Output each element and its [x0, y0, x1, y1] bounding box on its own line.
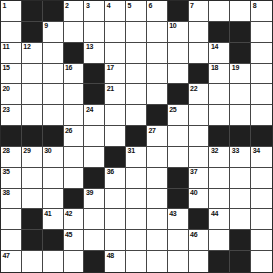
white-cell-r2c7[interactable]	[126, 22, 147, 43]
white-cell-r6c2[interactable]	[22, 105, 43, 126]
clue-number-2: 2	[65, 2, 69, 10]
white-cell-r13c4[interactable]	[64, 251, 85, 272]
clue-number-15: 15	[3, 64, 10, 72]
white-cell-r3c6[interactable]	[105, 43, 126, 64]
black-cell-r12c12	[230, 230, 251, 251]
white-cell-r1c7[interactable]: 5	[126, 1, 147, 22]
white-cell-r10c3[interactable]	[43, 189, 64, 210]
white-cell-r2c4[interactable]	[64, 22, 85, 43]
white-cell-r4c12[interactable]: 19	[230, 64, 251, 85]
black-cell-r8c6	[105, 147, 126, 168]
white-cell-r11c13[interactable]	[251, 209, 272, 230]
black-cell-r10c9	[168, 189, 189, 210]
clue-number-44: 44	[211, 210, 218, 218]
white-cell-r12c6[interactable]	[105, 230, 126, 251]
white-cell-r11c5[interactable]	[84, 209, 105, 230]
white-cell-r12c10[interactable]: 46	[189, 230, 210, 251]
black-cell-r13c11	[209, 251, 230, 272]
white-cell-r13c7[interactable]	[126, 251, 147, 272]
white-cell-r2c3[interactable]: 9	[43, 22, 64, 43]
white-cell-r2c5[interactable]	[84, 22, 105, 43]
white-cell-r4c2[interactable]	[22, 64, 43, 85]
white-cell-r1c6[interactable]: 4	[105, 1, 126, 22]
black-cell-r13c12	[230, 251, 251, 272]
white-cell-r4c11[interactable]: 18	[209, 64, 230, 85]
white-cell-r6c9[interactable]: 25	[168, 105, 189, 126]
clue-number-46: 46	[190, 231, 197, 239]
white-cell-r2c1[interactable]	[1, 22, 22, 43]
clue-number-14: 14	[211, 43, 218, 51]
white-cell-r1c4[interactable]: 2	[64, 1, 85, 22]
white-cell-r13c2[interactable]	[22, 251, 43, 272]
white-cell-r11c11[interactable]: 44	[209, 209, 230, 230]
white-cell-r13c6[interactable]: 48	[105, 251, 126, 272]
black-cell-r7c1	[1, 126, 22, 147]
clue-number-35: 35	[3, 168, 10, 176]
white-cell-r6c11[interactable]	[209, 105, 230, 126]
white-cell-r7c9[interactable]	[168, 126, 189, 147]
clue-number-9: 9	[44, 22, 48, 30]
black-cell-r1c9	[168, 1, 189, 22]
white-cell-r12c7[interactable]	[126, 230, 147, 251]
clue-number-8: 8	[253, 2, 257, 10]
white-cell-r10c8[interactable]	[147, 189, 168, 210]
white-cell-r10c7[interactable]	[126, 189, 147, 210]
white-cell-r4c13[interactable]	[251, 64, 272, 85]
black-cell-r7c7	[126, 126, 147, 147]
black-cell-r7c13	[251, 126, 272, 147]
white-cell-r3c13[interactable]	[251, 43, 272, 64]
white-cell-r10c1[interactable]: 38	[1, 189, 22, 210]
black-cell-r3c12	[230, 43, 251, 64]
white-cell-r9c6[interactable]: 36	[105, 168, 126, 189]
clue-number-19: 19	[232, 64, 239, 72]
white-cell-r9c1[interactable]: 35	[1, 168, 22, 189]
black-cell-r2c2	[22, 22, 43, 43]
black-cell-r11c10	[189, 209, 210, 230]
white-cell-r3c11[interactable]: 14	[209, 43, 230, 64]
white-cell-r3c3[interactable]	[43, 43, 64, 64]
black-cell-r13c5	[84, 251, 105, 272]
white-cell-r4c8[interactable]	[147, 64, 168, 85]
black-cell-r1c2	[22, 1, 43, 22]
black-cell-r7c2	[22, 126, 43, 147]
white-cell-r8c1[interactable]: 28	[1, 147, 22, 168]
white-cell-r9c2[interactable]	[22, 168, 43, 189]
white-cell-r4c9[interactable]	[168, 64, 189, 85]
white-cell-r2c6[interactable]	[105, 22, 126, 43]
white-cell-r8c13[interactable]: 34	[251, 147, 272, 168]
clue-number-22: 22	[190, 85, 197, 93]
white-cell-r7c5[interactable]	[84, 126, 105, 147]
white-cell-r6c1[interactable]: 23	[1, 105, 22, 126]
white-cell-r3c2[interactable]: 12	[22, 43, 43, 64]
clue-number-37: 37	[190, 168, 197, 176]
clue-number-28: 28	[3, 147, 10, 155]
clue-number-33: 33	[232, 147, 239, 155]
white-cell-r10c10[interactable]: 40	[189, 189, 210, 210]
white-cell-r8c8[interactable]	[147, 147, 168, 168]
white-cell-r2c9[interactable]: 10	[168, 22, 189, 43]
white-cell-r1c11[interactable]	[209, 1, 230, 22]
white-cell-r11c12[interactable]	[230, 209, 251, 230]
white-cell-r5c3[interactable]	[43, 84, 64, 105]
clue-number-10: 10	[169, 22, 176, 30]
white-cell-r6c13[interactable]	[251, 105, 272, 126]
white-cell-r3c9[interactable]	[168, 43, 189, 64]
clue-number-6: 6	[148, 2, 152, 10]
black-cell-r6c8	[147, 105, 168, 126]
white-cell-r9c7[interactable]	[126, 168, 147, 189]
black-cell-r3c4	[64, 43, 85, 64]
clue-number-32: 32	[211, 147, 218, 155]
white-cell-r1c1[interactable]: 1	[1, 1, 22, 22]
white-cell-r10c6[interactable]	[105, 189, 126, 210]
white-cell-r5c11[interactable]	[209, 84, 230, 105]
white-cell-r4c4[interactable]: 16	[64, 64, 85, 85]
white-cell-r8c11[interactable]: 32	[209, 147, 230, 168]
white-cell-r9c11[interactable]	[209, 168, 230, 189]
clue-number-40: 40	[190, 189, 197, 197]
white-cell-r6c7[interactable]	[126, 105, 147, 126]
black-cell-r7c3	[43, 126, 64, 147]
black-cell-r12c2	[22, 230, 43, 251]
black-cell-r9c5	[84, 168, 105, 189]
white-cell-r11c8[interactable]	[147, 209, 168, 230]
black-cell-r12c3	[43, 230, 64, 251]
white-cell-r4c1[interactable]: 15	[1, 64, 22, 85]
clue-number-48: 48	[107, 252, 114, 260]
black-cell-r10c4	[64, 189, 85, 210]
clue-number-36: 36	[107, 168, 114, 176]
white-cell-r8c12[interactable]: 33	[230, 147, 251, 168]
white-cell-r13c1[interactable]: 47	[1, 251, 22, 272]
white-cell-r6c12[interactable]	[230, 105, 251, 126]
black-cell-r5c9	[168, 84, 189, 105]
white-cell-r8c4[interactable]	[64, 147, 85, 168]
black-cell-r2c12	[230, 22, 251, 43]
white-cell-r12c13[interactable]	[251, 230, 272, 251]
white-cell-r13c3[interactable]	[43, 251, 64, 272]
white-cell-r4c7[interactable]	[126, 64, 147, 85]
clue-number-39: 39	[86, 189, 93, 197]
clue-number-41: 41	[44, 210, 51, 218]
white-cell-r5c13[interactable]	[251, 84, 272, 105]
clue-number-24: 24	[86, 106, 93, 114]
white-cell-r10c13[interactable]	[251, 189, 272, 210]
white-cell-r11c7[interactable]	[126, 209, 147, 230]
clue-number-5: 5	[128, 2, 132, 10]
white-cell-r3c8[interactable]	[147, 43, 168, 64]
black-cell-r9c9	[168, 168, 189, 189]
white-cell-r5c8[interactable]	[147, 84, 168, 105]
clue-number-31: 31	[128, 147, 135, 155]
clue-number-34: 34	[253, 147, 260, 155]
white-cell-r10c11[interactable]	[209, 189, 230, 210]
clue-number-45: 45	[65, 231, 72, 239]
white-cell-r12c4[interactable]: 45	[64, 230, 85, 251]
white-cell-r10c2[interactable]	[22, 189, 43, 210]
white-cell-r12c5[interactable]	[84, 230, 105, 251]
white-cell-r12c1[interactable]	[1, 230, 22, 251]
white-cell-r6c4[interactable]	[64, 105, 85, 126]
white-cell-r11c3[interactable]: 41	[43, 209, 64, 230]
black-cell-r4c10	[189, 64, 210, 85]
white-cell-r12c11[interactable]	[209, 230, 230, 251]
white-cell-r6c5[interactable]: 24	[84, 105, 105, 126]
black-cell-r7c11	[209, 126, 230, 147]
clue-number-42: 42	[65, 210, 72, 218]
black-cell-r1c3	[43, 1, 64, 22]
clue-number-29: 29	[23, 147, 30, 155]
clue-number-18: 18	[211, 64, 218, 72]
clue-number-20: 20	[3, 85, 10, 93]
white-cell-r11c1[interactable]	[1, 209, 22, 230]
clue-number-25: 25	[169, 106, 176, 114]
white-cell-r1c5[interactable]: 3	[84, 1, 105, 22]
white-cell-r3c7[interactable]	[126, 43, 147, 64]
white-cell-r1c13[interactable]: 8	[251, 1, 272, 22]
white-cell-r5c2[interactable]	[22, 84, 43, 105]
white-cell-r2c10[interactable]	[189, 22, 210, 43]
white-cell-r8c5[interactable]	[84, 147, 105, 168]
black-cell-r11c2	[22, 209, 43, 230]
black-cell-r5c5	[84, 84, 105, 105]
white-cell-r5c6[interactable]: 21	[105, 84, 126, 105]
white-cell-r11c9[interactable]: 43	[168, 209, 189, 230]
clue-number-30: 30	[44, 147, 51, 155]
white-cell-r10c12[interactable]	[230, 189, 251, 210]
clue-number-3: 3	[86, 2, 90, 10]
white-cell-r5c10[interactable]: 22	[189, 84, 210, 105]
white-cell-r3c1[interactable]: 11	[1, 43, 22, 64]
white-cell-r9c3[interactable]	[43, 168, 64, 189]
clue-number-12: 12	[23, 43, 30, 51]
clue-number-11: 11	[3, 43, 10, 51]
white-cell-r6c3[interactable]	[43, 105, 64, 126]
white-cell-r7c10[interactable]	[189, 126, 210, 147]
white-cell-r2c13[interactable]	[251, 22, 272, 43]
clue-number-47: 47	[3, 252, 10, 260]
clue-number-21: 21	[107, 85, 114, 93]
white-cell-r1c12[interactable]	[230, 1, 251, 22]
clue-number-13: 13	[86, 43, 93, 51]
white-cell-r8c2[interactable]: 29	[22, 147, 43, 168]
white-cell-r7c4[interactable]: 26	[64, 126, 85, 147]
white-cell-r13c13[interactable]	[251, 251, 272, 272]
white-cell-r8c3[interactable]: 30	[43, 147, 64, 168]
white-cell-r2c8[interactable]	[147, 22, 168, 43]
white-cell-r5c12[interactable]	[230, 84, 251, 105]
white-cell-r8c10[interactable]	[189, 147, 210, 168]
black-cell-r4c5	[84, 64, 105, 85]
white-cell-r12c9[interactable]	[168, 230, 189, 251]
clue-number-16: 16	[65, 64, 72, 72]
clue-number-4: 4	[107, 2, 111, 10]
white-cell-r12c8[interactable]	[147, 230, 168, 251]
white-cell-r9c10[interactable]: 37	[189, 168, 210, 189]
white-cell-r10c5[interactable]: 39	[84, 189, 105, 210]
white-cell-r5c1[interactable]: 20	[1, 84, 22, 105]
white-cell-r11c6[interactable]	[105, 209, 126, 230]
white-cell-r7c8[interactable]: 27	[147, 126, 168, 147]
white-cell-r9c12[interactable]	[230, 168, 251, 189]
white-cell-r13c10[interactable]	[189, 251, 210, 272]
white-cell-r9c4[interactable]	[64, 168, 85, 189]
clue-number-38: 38	[3, 189, 10, 197]
white-cell-r6c10[interactable]	[189, 105, 210, 126]
white-cell-r11c4[interactable]: 42	[64, 209, 85, 230]
white-cell-r4c6[interactable]: 17	[105, 64, 126, 85]
white-cell-r5c4[interactable]	[64, 84, 85, 105]
white-cell-r13c9[interactable]	[168, 251, 189, 272]
white-cell-r8c9[interactable]	[168, 147, 189, 168]
clue-number-27: 27	[148, 127, 155, 135]
white-cell-r8c7[interactable]: 31	[126, 147, 147, 168]
clue-number-7: 7	[190, 2, 194, 10]
clue-number-43: 43	[169, 210, 176, 218]
clue-number-17: 17	[107, 64, 114, 72]
white-cell-r9c8[interactable]	[147, 168, 168, 189]
white-cell-r5c7[interactable]	[126, 84, 147, 105]
white-cell-r7c6[interactable]	[105, 126, 126, 147]
clue-number-23: 23	[3, 106, 10, 114]
black-cell-r2c11	[209, 22, 230, 43]
white-cell-r1c10[interactable]: 7	[189, 1, 210, 22]
white-cell-r13c8[interactable]	[147, 251, 168, 272]
clue-number-26: 26	[65, 127, 72, 135]
white-cell-r9c13[interactable]	[251, 168, 272, 189]
white-cell-r1c8[interactable]: 6	[147, 1, 168, 22]
white-cell-r6c6[interactable]	[105, 105, 126, 126]
white-cell-r3c5[interactable]: 13	[84, 43, 105, 64]
white-cell-r3c10[interactable]	[189, 43, 210, 64]
crossword-grid: 1234567891011121314151617181920212223242…	[0, 0, 273, 273]
clue-number-1: 1	[3, 2, 7, 10]
white-cell-r4c3[interactable]	[43, 64, 64, 85]
black-cell-r7c12	[230, 126, 251, 147]
